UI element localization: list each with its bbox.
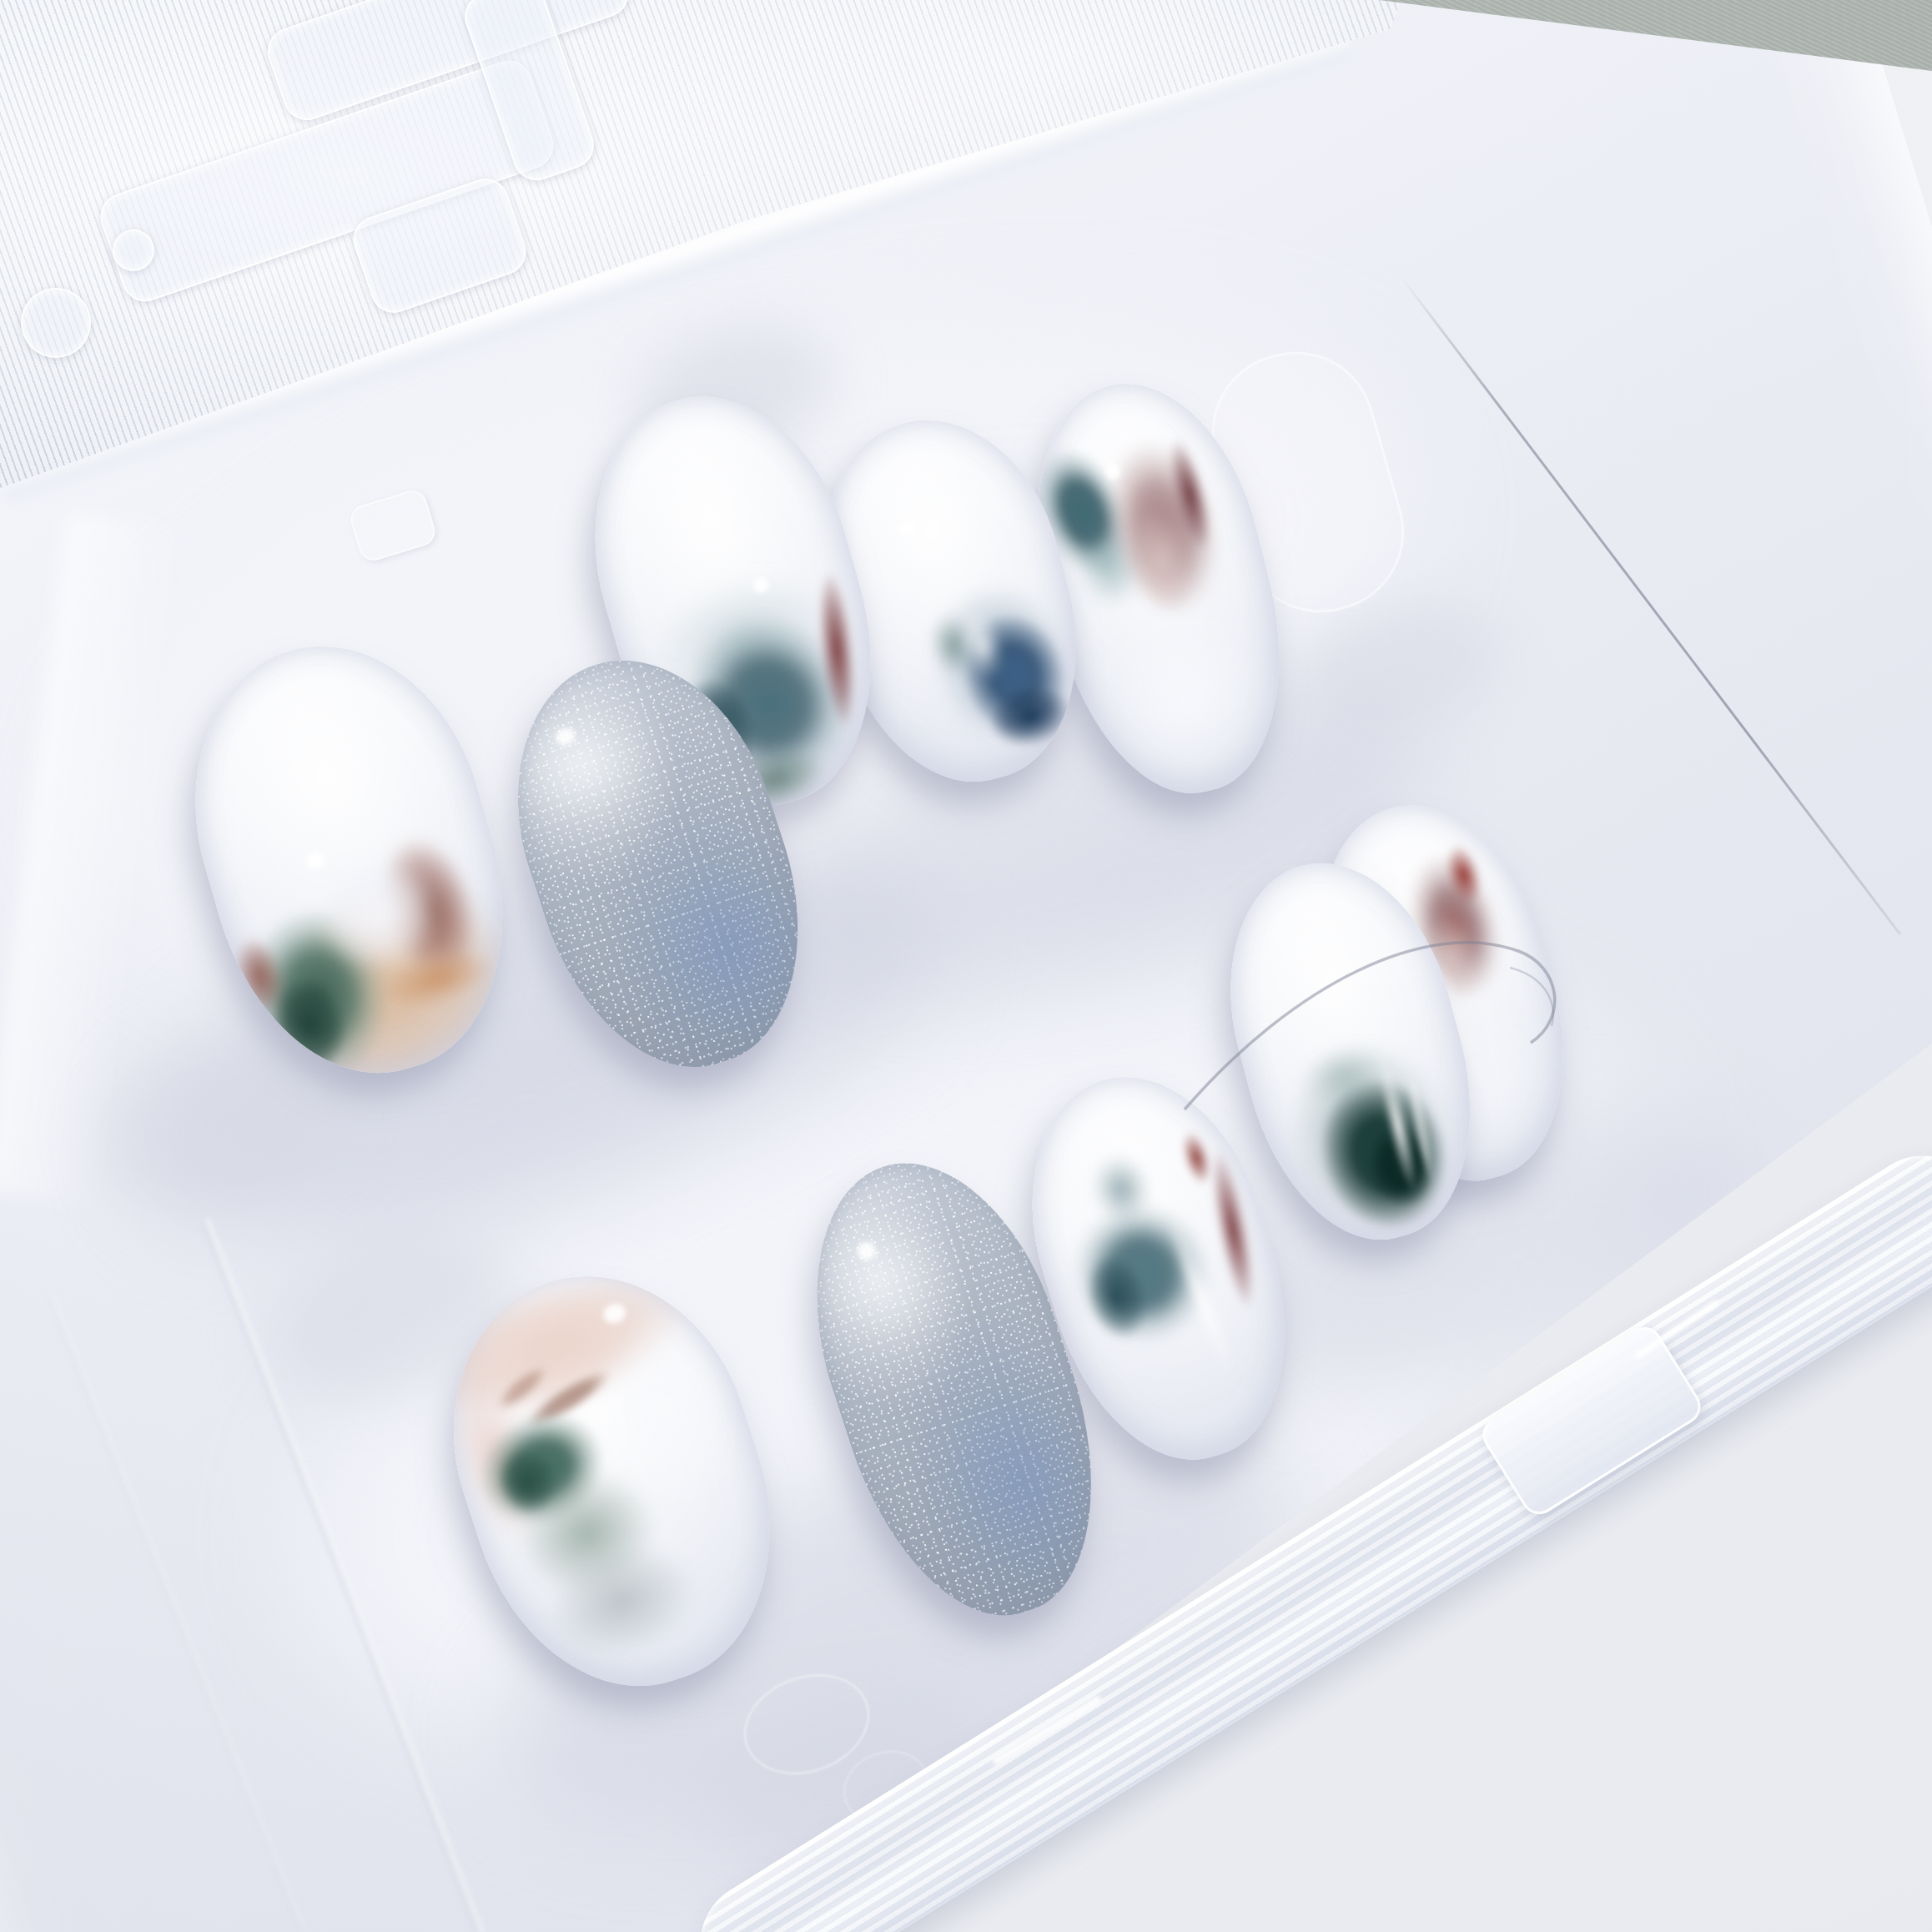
sheen-top: [798, 1195, 975, 1372]
case-hinge-pin: [21, 288, 91, 358]
nail-top-1: [154, 611, 546, 1107]
glint: [300, 847, 331, 874]
stray-fiber: [1151, 843, 1618, 1160]
blue-sheen: [611, 823, 843, 1069]
case-hinge-pin-small: [113, 229, 154, 271]
glint: [895, 517, 920, 541]
photo-scene: [0, 0, 1932, 1932]
sheer-tip-wash: [1079, 598, 1296, 804]
nail-bottom-1: [410, 1237, 816, 1724]
sheen-top: [491, 682, 677, 848]
